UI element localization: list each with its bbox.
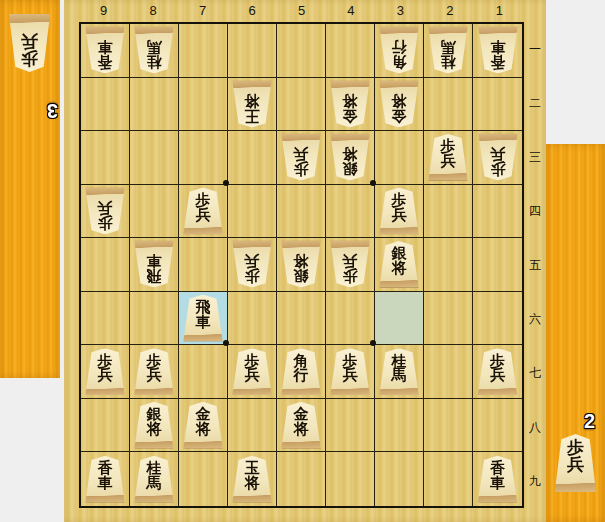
rank-label-9: 九 bbox=[525, 454, 545, 508]
piece-kanji: 兵 bbox=[147, 368, 162, 383]
piece-kanji: 香 bbox=[98, 54, 113, 69]
piece-kanji: 兵 bbox=[294, 147, 309, 162]
piece-kanji: 兵 bbox=[490, 368, 505, 383]
square-4f[interactable] bbox=[326, 292, 375, 346]
square-1i[interactable]: 香車 bbox=[473, 452, 522, 506]
piece-sente-6i[interactable]: 玉将 bbox=[232, 456, 273, 503]
square-2d[interactable] bbox=[424, 185, 473, 239]
piece-gote-3a[interactable]: 角行 bbox=[379, 27, 420, 74]
piece-sente-1i[interactable]: 香車 bbox=[477, 456, 518, 503]
square-4a[interactable] bbox=[326, 24, 375, 78]
square-5i[interactable] bbox=[277, 452, 326, 506]
square-8e[interactable]: 飛車 bbox=[130, 238, 179, 292]
square-3b[interactable]: 金将 bbox=[375, 78, 424, 132]
piece-kanji: 兵 bbox=[245, 368, 260, 383]
piece-sente-9i[interactable]: 香車 bbox=[85, 456, 126, 503]
square-1g[interactable]: 歩兵 bbox=[473, 345, 522, 399]
square-6a[interactable] bbox=[228, 24, 277, 78]
piece-gote-5e[interactable]: 銀将 bbox=[281, 241, 322, 288]
piece-sente-6g[interactable]: 歩兵 bbox=[232, 348, 273, 395]
piece-sente-1g[interactable]: 歩兵 bbox=[477, 348, 518, 395]
rank-label-4: 四 bbox=[525, 184, 545, 238]
piece-kanji: 兵 bbox=[245, 254, 260, 269]
piece-kanji: 将 bbox=[294, 254, 309, 269]
square-9c[interactable] bbox=[81, 131, 130, 185]
shogi-board: 987654321 香車桂馬角行桂馬香車王将金将金将歩兵銀将歩兵歩兵歩兵歩兵歩兵… bbox=[64, 0, 546, 522]
square-2a[interactable]: 桂馬 bbox=[424, 24, 473, 78]
rank-label-1: 一 bbox=[525, 22, 545, 76]
square-6i[interactable]: 玉将 bbox=[228, 452, 277, 506]
piece-gote-4b[interactable]: 金将 bbox=[330, 80, 371, 127]
piece-gote-3b[interactable]: 金将 bbox=[379, 80, 420, 127]
square-9a[interactable]: 香車 bbox=[81, 24, 130, 78]
piece-sente-3g[interactable]: 桂馬 bbox=[379, 348, 420, 395]
piece-kanji: 行 bbox=[294, 368, 309, 383]
square-4g[interactable]: 歩兵 bbox=[326, 345, 375, 399]
square-4e[interactable]: 歩兵 bbox=[326, 238, 375, 292]
piece-sente-8g[interactable]: 歩兵 bbox=[134, 348, 175, 395]
piece-kanji: 車 bbox=[98, 39, 113, 54]
file-label-4: 4 bbox=[326, 2, 375, 20]
square-8g[interactable]: 歩兵 bbox=[130, 345, 179, 399]
piece-sente-9g[interactable]: 歩兵 bbox=[85, 348, 126, 395]
piece-sente-7d[interactable]: 歩兵 bbox=[183, 187, 224, 234]
square-1b[interactable] bbox=[473, 78, 522, 132]
square-3f[interactable] bbox=[375, 292, 424, 346]
file-label-3: 3 bbox=[376, 2, 425, 20]
rank-label-5: 五 bbox=[525, 238, 545, 292]
square-5c[interactable]: 歩兵 bbox=[277, 131, 326, 185]
square-4h[interactable] bbox=[326, 399, 375, 453]
piece-gote-1a[interactable]: 香車 bbox=[477, 27, 518, 74]
piece-gote-2a[interactable]: 桂馬 bbox=[428, 27, 469, 74]
square-1a[interactable]: 香車 bbox=[473, 24, 522, 78]
piece-gote-9a[interactable]: 香車 bbox=[85, 27, 126, 74]
sente-hand-pawn-count: 2 bbox=[584, 410, 595, 433]
piece-kanji: 車 bbox=[98, 475, 113, 490]
piece-kanji: 香 bbox=[490, 54, 505, 69]
piece-kanji: 歩 bbox=[98, 215, 113, 230]
piece-sente-7h[interactable]: 金将 bbox=[183, 402, 224, 449]
square-5f[interactable] bbox=[277, 292, 326, 346]
square-7e[interactable] bbox=[179, 238, 228, 292]
file-label-9: 9 bbox=[79, 2, 128, 20]
square-5e[interactable]: 銀将 bbox=[277, 238, 326, 292]
piece-kanji: 将 bbox=[343, 147, 358, 162]
square-5d[interactable] bbox=[277, 185, 326, 239]
piece-kanji: 兵 bbox=[567, 456, 584, 473]
square-2h[interactable] bbox=[424, 399, 473, 453]
piece-gote-9d[interactable]: 歩兵 bbox=[85, 187, 126, 234]
piece-gote-5c[interactable]: 歩兵 bbox=[281, 134, 322, 181]
square-1d[interactable] bbox=[473, 185, 522, 239]
square-9h[interactable] bbox=[81, 399, 130, 453]
file-label-6: 6 bbox=[227, 2, 276, 20]
piece-gote-6e[interactable]: 歩兵 bbox=[232, 241, 273, 288]
square-2i[interactable] bbox=[424, 452, 473, 506]
gote-hand: 歩兵 3 bbox=[0, 0, 60, 132]
square-1e[interactable] bbox=[473, 238, 522, 292]
square-4d[interactable] bbox=[326, 185, 375, 239]
piece-kanji: 兵 bbox=[490, 147, 505, 162]
piece-kanji: 歩 bbox=[294, 161, 309, 176]
komadai-sente: 歩兵 2 bbox=[546, 144, 605, 522]
piece-kanji: 兵 bbox=[98, 368, 113, 383]
piece-kanji: 兵 bbox=[392, 207, 407, 222]
square-2g[interactable] bbox=[424, 345, 473, 399]
square-5b[interactable] bbox=[277, 78, 326, 132]
square-3c[interactable] bbox=[375, 131, 424, 185]
file-label-7: 7 bbox=[178, 2, 227, 20]
square-7h[interactable]: 金将 bbox=[179, 399, 228, 453]
square-8c[interactable] bbox=[130, 131, 179, 185]
gote-hand-pawn-count: 3 bbox=[47, 99, 58, 122]
piece-kanji: 将 bbox=[196, 421, 211, 436]
square-6h[interactable] bbox=[228, 399, 277, 453]
rank-label-8: 八 bbox=[525, 400, 545, 454]
piece-kanji: 将 bbox=[343, 93, 358, 108]
square-2b[interactable] bbox=[424, 78, 473, 132]
piece-gote-hand[interactable]: 歩兵 bbox=[8, 14, 51, 72]
square-8f[interactable] bbox=[130, 292, 179, 346]
piece-kanji: 歩 bbox=[490, 161, 505, 176]
square-8b[interactable] bbox=[130, 78, 179, 132]
piece-kanji: 車 bbox=[490, 475, 505, 490]
piece-kanji: 将 bbox=[294, 421, 309, 436]
square-2c[interactable]: 歩兵 bbox=[424, 131, 473, 185]
piece-kanji: 車 bbox=[490, 39, 505, 54]
komadai-gote: 歩兵 3 bbox=[0, 0, 60, 378]
square-3d[interactable]: 歩兵 bbox=[375, 185, 424, 239]
square-9f[interactable] bbox=[81, 292, 130, 346]
file-label-8: 8 bbox=[128, 2, 177, 20]
square-1h[interactable] bbox=[473, 399, 522, 453]
square-7b[interactable] bbox=[179, 78, 228, 132]
piece-sente-8h[interactable]: 銀将 bbox=[134, 402, 175, 449]
piece-kanji: 将 bbox=[147, 421, 162, 436]
piece-kanji: 馬 bbox=[392, 368, 407, 383]
piece-kanji: 桂 bbox=[147, 54, 162, 69]
piece-kanji: 馬 bbox=[441, 39, 456, 54]
piece-kanji: 桂 bbox=[441, 54, 456, 69]
piece-sente-5h[interactable]: 金将 bbox=[281, 402, 322, 449]
piece-kanji: 歩 bbox=[21, 50, 38, 67]
file-label-1: 1 bbox=[475, 2, 524, 20]
piece-sente-3e[interactable]: 銀将 bbox=[379, 241, 420, 288]
piece-sente-4g[interactable]: 歩兵 bbox=[330, 348, 371, 395]
piece-gote-8a[interactable]: 桂馬 bbox=[134, 27, 175, 74]
piece-kanji: 兵 bbox=[441, 154, 456, 169]
piece-sente-7f[interactable]: 飛車 bbox=[183, 295, 224, 342]
piece-kanji: 将 bbox=[245, 475, 260, 490]
square-2e[interactable] bbox=[424, 238, 473, 292]
piece-gote-4e[interactable]: 歩兵 bbox=[330, 241, 371, 288]
shogi-app: 歩兵 3 987654321 香車桂馬角行桂馬香車王将金将金将歩兵銀将歩兵歩兵歩… bbox=[0, 0, 605, 522]
piece-kanji: 金 bbox=[343, 108, 358, 123]
square-4i[interactable] bbox=[326, 452, 375, 506]
piece-kanji: 角 bbox=[392, 54, 407, 69]
square-4b[interactable]: 金将 bbox=[326, 78, 375, 132]
piece-kanji: 歩 bbox=[343, 268, 358, 283]
piece-kanji: 馬 bbox=[147, 39, 162, 54]
piece-sente-3d[interactable]: 歩兵 bbox=[379, 187, 420, 234]
square-5h[interactable]: 金将 bbox=[277, 399, 326, 453]
piece-kanji: 兵 bbox=[343, 254, 358, 269]
square-8i[interactable]: 桂馬 bbox=[130, 452, 179, 506]
rank-labels: 一二三四五六七八九 bbox=[525, 22, 545, 508]
square-8h[interactable]: 銀将 bbox=[130, 399, 179, 453]
square-2f[interactable] bbox=[424, 292, 473, 346]
piece-kanji: 行 bbox=[392, 39, 407, 54]
file-label-5: 5 bbox=[277, 2, 326, 20]
piece-kanji: 将 bbox=[392, 93, 407, 108]
board-grid: 香車桂馬角行桂馬香車王将金将金将歩兵銀将歩兵歩兵歩兵歩兵歩兵飛車歩兵銀将歩兵銀将… bbox=[79, 22, 524, 508]
square-6c[interactable] bbox=[228, 131, 277, 185]
square-3i[interactable] bbox=[375, 452, 424, 506]
square-6g[interactable]: 歩兵 bbox=[228, 345, 277, 399]
square-3e[interactable]: 銀将 bbox=[375, 238, 424, 292]
square-7d[interactable]: 歩兵 bbox=[179, 185, 228, 239]
square-7i[interactable] bbox=[179, 452, 228, 506]
file-label-2: 2 bbox=[425, 2, 474, 20]
piece-sente-8i[interactable]: 桂馬 bbox=[134, 456, 175, 503]
piece-gote-6b[interactable]: 王将 bbox=[232, 80, 273, 127]
square-8d[interactable] bbox=[130, 185, 179, 239]
square-9g[interactable]: 歩兵 bbox=[81, 345, 130, 399]
piece-kanji: 将 bbox=[392, 261, 407, 276]
square-8a[interactable]: 桂馬 bbox=[130, 24, 179, 78]
piece-sente-2c[interactable]: 歩兵 bbox=[428, 134, 469, 181]
piece-kanji: 将 bbox=[245, 93, 260, 108]
rank-label-2: 二 bbox=[525, 76, 545, 130]
square-7c[interactable] bbox=[179, 131, 228, 185]
square-1f[interactable] bbox=[473, 292, 522, 346]
square-6e[interactable]: 歩兵 bbox=[228, 238, 277, 292]
square-7g[interactable] bbox=[179, 345, 228, 399]
square-4c[interactable]: 銀将 bbox=[326, 131, 375, 185]
square-9b[interactable] bbox=[81, 78, 130, 132]
piece-gote-4c[interactable]: 銀将 bbox=[330, 134, 371, 181]
rank-label-7: 七 bbox=[525, 346, 545, 400]
piece-kanji: 銀 bbox=[294, 268, 309, 283]
piece-kanji: 兵 bbox=[196, 207, 211, 222]
square-6b[interactable]: 王将 bbox=[228, 78, 277, 132]
square-7f[interactable]: 飛車 bbox=[179, 292, 228, 346]
rank-label-6: 六 bbox=[525, 292, 545, 346]
square-5g[interactable]: 角行 bbox=[277, 345, 326, 399]
square-6f[interactable] bbox=[228, 292, 277, 346]
piece-kanji: 飛 bbox=[147, 268, 162, 283]
piece-kanji: 車 bbox=[147, 254, 162, 269]
file-labels: 987654321 bbox=[79, 2, 524, 20]
piece-kanji: 車 bbox=[196, 314, 211, 329]
piece-sente-hand[interactable]: 歩兵 bbox=[554, 434, 597, 492]
piece-gote-8e[interactable]: 飛車 bbox=[134, 241, 175, 288]
piece-kanji: 兵 bbox=[21, 34, 38, 51]
piece-kanji: 銀 bbox=[343, 161, 358, 176]
square-9d[interactable]: 歩兵 bbox=[81, 185, 130, 239]
piece-kanji: 金 bbox=[392, 108, 407, 123]
square-3g[interactable]: 桂馬 bbox=[375, 345, 424, 399]
piece-kanji: 王 bbox=[245, 108, 260, 123]
square-3a[interactable]: 角行 bbox=[375, 24, 424, 78]
square-6d[interactable] bbox=[228, 185, 277, 239]
piece-kanji: 歩 bbox=[245, 268, 260, 283]
square-5a[interactable] bbox=[277, 24, 326, 78]
square-7a[interactable] bbox=[179, 24, 228, 78]
piece-gote-1c[interactable]: 歩兵 bbox=[477, 134, 518, 181]
square-1c[interactable]: 歩兵 bbox=[473, 131, 522, 185]
square-9e[interactable] bbox=[81, 238, 130, 292]
piece-kanji: 兵 bbox=[343, 368, 358, 383]
square-9i[interactable]: 香車 bbox=[81, 452, 130, 506]
piece-sente-5g[interactable]: 角行 bbox=[281, 348, 322, 395]
square-3h[interactable] bbox=[375, 399, 424, 453]
piece-kanji: 兵 bbox=[98, 200, 113, 215]
piece-kanji: 馬 bbox=[147, 475, 162, 490]
sente-hand: 歩兵 2 bbox=[546, 144, 605, 522]
rank-label-3: 三 bbox=[525, 130, 545, 184]
